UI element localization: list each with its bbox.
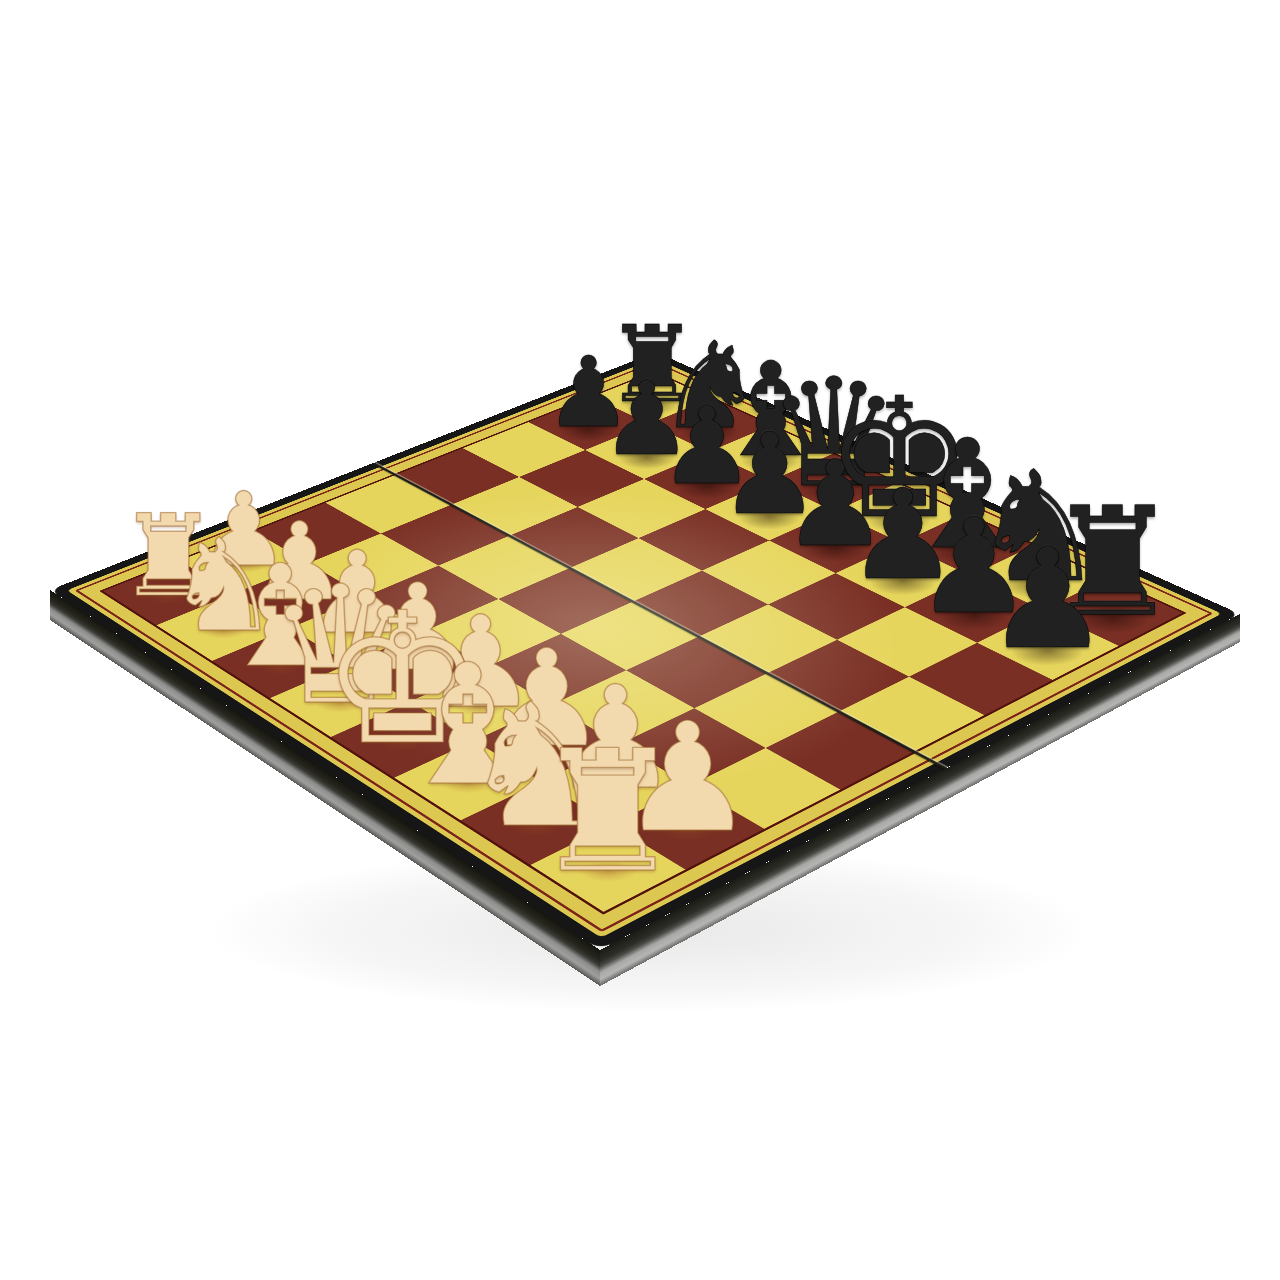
product-photo-scene: ♜♞♝♛♚♝♞♜♟♟♟♟♟♟♟♟♟♟♟♟♟♟♟♟♜♞♝♛♚♝♞♜: [0, 0, 1280, 1280]
